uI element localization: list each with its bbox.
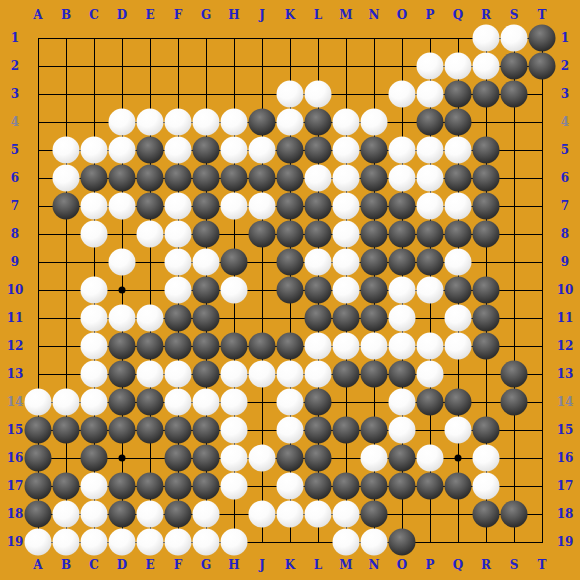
stone-black-L14[interactable] <box>305 389 332 416</box>
stone-black-Q4[interactable] <box>445 109 472 136</box>
stone-white-O6[interactable] <box>389 165 416 192</box>
stone-white-C17[interactable] <box>81 473 108 500</box>
stone-white-Q5[interactable] <box>445 137 472 164</box>
stone-black-D13[interactable] <box>109 361 136 388</box>
stone-white-C19[interactable] <box>81 529 108 556</box>
stone-white-C13[interactable] <box>81 361 108 388</box>
stone-black-F16[interactable] <box>165 445 192 472</box>
stone-white-H4[interactable] <box>221 109 248 136</box>
col-label-bottom-P: P <box>425 559 434 571</box>
stone-white-M19[interactable] <box>333 529 360 556</box>
row-label-left-2: 2 <box>11 60 19 72</box>
stone-white-H5[interactable] <box>221 137 248 164</box>
stone-black-Q6[interactable] <box>445 165 472 192</box>
stone-black-E15[interactable] <box>137 417 164 444</box>
stone-black-F18[interactable] <box>165 501 192 528</box>
col-label-top-S: S <box>510 9 519 21</box>
stone-white-M8[interactable] <box>333 221 360 248</box>
stone-white-B14[interactable] <box>53 389 80 416</box>
stone-black-E12[interactable] <box>137 333 164 360</box>
stone-black-L10[interactable] <box>305 277 332 304</box>
stone-white-F14[interactable] <box>165 389 192 416</box>
col-label-bottom-R: R <box>481 559 491 571</box>
stone-white-O14[interactable] <box>389 389 416 416</box>
stone-white-N19[interactable] <box>361 529 388 556</box>
stone-white-Q15[interactable] <box>445 417 472 444</box>
stone-black-L16[interactable] <box>305 445 332 472</box>
stone-white-F10[interactable] <box>165 277 192 304</box>
stone-black-G6[interactable] <box>193 165 220 192</box>
stone-black-B17[interactable] <box>53 473 80 500</box>
stone-black-D14[interactable] <box>109 389 136 416</box>
stone-black-G13[interactable] <box>193 361 220 388</box>
stone-white-Q7[interactable] <box>445 193 472 220</box>
col-label-bottom-Q: Q <box>453 559 463 571</box>
stone-white-M7[interactable] <box>333 193 360 220</box>
col-label-bottom-A: A <box>33 559 42 571</box>
stone-black-Q14[interactable] <box>445 389 472 416</box>
stone-white-J7[interactable] <box>249 193 276 220</box>
stone-white-C5[interactable] <box>81 137 108 164</box>
stone-black-M11[interactable] <box>333 305 360 332</box>
stone-white-M6[interactable] <box>333 165 360 192</box>
row-label-left-10: 10 <box>7 284 24 296</box>
col-label-top-H: H <box>228 9 239 21</box>
stone-white-O12[interactable] <box>389 333 416 360</box>
stone-black-O16[interactable] <box>389 445 416 472</box>
stone-black-Q8[interactable] <box>445 221 472 248</box>
stone-white-K3[interactable] <box>277 81 304 108</box>
stone-black-G7[interactable] <box>193 193 220 220</box>
stone-white-J5[interactable] <box>249 137 276 164</box>
stone-white-P2[interactable] <box>417 53 444 80</box>
stone-black-A15[interactable] <box>25 417 52 444</box>
star-point-D10 <box>119 287 126 294</box>
stone-black-K7[interactable] <box>277 193 304 220</box>
stone-white-P12[interactable] <box>417 333 444 360</box>
stone-black-N13[interactable] <box>361 361 388 388</box>
stone-black-F12[interactable] <box>165 333 192 360</box>
stone-black-P8[interactable] <box>417 221 444 248</box>
stone-white-O11[interactable] <box>389 305 416 332</box>
row-label-right-12: 12 <box>557 340 574 352</box>
col-label-top-B: B <box>61 9 71 21</box>
stone-black-A17[interactable] <box>25 473 52 500</box>
stone-black-R15[interactable] <box>473 417 500 444</box>
stone-black-O13[interactable] <box>389 361 416 388</box>
stone-white-G14[interactable] <box>193 389 220 416</box>
stone-black-L17[interactable] <box>305 473 332 500</box>
stone-white-R16[interactable] <box>473 445 500 472</box>
stone-black-M15[interactable] <box>333 417 360 444</box>
row-label-right-19: 19 <box>557 536 574 548</box>
col-label-top-G: G <box>201 9 211 21</box>
col-label-top-J: J <box>259 9 265 21</box>
stone-white-H19[interactable] <box>221 529 248 556</box>
col-label-bottom-N: N <box>369 559 380 571</box>
stone-black-H6[interactable] <box>221 165 248 192</box>
row-label-right-8: 8 <box>561 228 569 240</box>
stone-white-D4[interactable] <box>109 109 136 136</box>
stone-white-O15[interactable] <box>389 417 416 444</box>
stone-white-H15[interactable] <box>221 417 248 444</box>
stone-black-O9[interactable] <box>389 249 416 276</box>
stone-black-D12[interactable] <box>109 333 136 360</box>
stone-white-C14[interactable] <box>81 389 108 416</box>
stone-black-J12[interactable] <box>249 333 276 360</box>
stone-white-B18[interactable] <box>53 501 80 528</box>
col-label-bottom-M: M <box>339 559 352 571</box>
stone-black-N7[interactable] <box>361 193 388 220</box>
stone-black-D6[interactable] <box>109 165 136 192</box>
stone-white-E19[interactable] <box>137 529 164 556</box>
stone-white-B19[interactable] <box>53 529 80 556</box>
stone-white-H13[interactable] <box>221 361 248 388</box>
col-label-top-E: E <box>145 9 154 21</box>
stone-black-F15[interactable] <box>165 417 192 444</box>
col-label-top-L: L <box>314 9 322 21</box>
stone-white-K14[interactable] <box>277 389 304 416</box>
stone-black-S18[interactable] <box>501 501 528 528</box>
star-point-D16 <box>119 455 126 462</box>
stone-black-N18[interactable] <box>361 501 388 528</box>
stone-white-H16[interactable] <box>221 445 248 472</box>
stone-black-B15[interactable] <box>53 417 80 444</box>
stone-white-P6[interactable] <box>417 165 444 192</box>
stone-black-O8[interactable] <box>389 221 416 248</box>
stone-black-Q10[interactable] <box>445 277 472 304</box>
stone-black-R6[interactable] <box>473 165 500 192</box>
col-label-bottom-D: D <box>117 559 127 571</box>
col-label-top-T: T <box>538 9 547 21</box>
stone-black-F6[interactable] <box>165 165 192 192</box>
stone-black-G10[interactable] <box>193 277 220 304</box>
stone-black-F11[interactable] <box>165 305 192 332</box>
stone-black-R11[interactable] <box>473 305 500 332</box>
stone-white-F4[interactable] <box>165 109 192 136</box>
stone-white-B5[interactable] <box>53 137 80 164</box>
row-label-left-4: 4 <box>11 116 19 128</box>
stone-black-N17[interactable] <box>361 473 388 500</box>
stone-white-P3[interactable] <box>417 81 444 108</box>
stone-white-L13[interactable] <box>305 361 332 388</box>
stone-black-K10[interactable] <box>277 277 304 304</box>
col-label-bottom-C: C <box>89 559 99 571</box>
stone-black-B7[interactable] <box>53 193 80 220</box>
stone-black-K16[interactable] <box>277 445 304 472</box>
stone-white-E18[interactable] <box>137 501 164 528</box>
col-label-bottom-S: S <box>510 559 519 571</box>
row-label-left-12: 12 <box>7 340 24 352</box>
stone-white-F7[interactable] <box>165 193 192 220</box>
stone-black-A18[interactable] <box>25 501 52 528</box>
stone-white-K13[interactable] <box>277 361 304 388</box>
row-label-left-3: 3 <box>11 88 19 100</box>
row-label-right-10: 10 <box>557 284 574 296</box>
col-label-top-N: N <box>369 9 380 21</box>
row-label-left-17: 17 <box>7 480 24 492</box>
stone-white-P5[interactable] <box>417 137 444 164</box>
row-label-left-7: 7 <box>11 200 19 212</box>
stone-white-F19[interactable] <box>165 529 192 556</box>
stone-white-D11[interactable] <box>109 305 136 332</box>
stone-black-H12[interactable] <box>221 333 248 360</box>
stone-black-R12[interactable] <box>473 333 500 360</box>
stone-black-P14[interactable] <box>417 389 444 416</box>
stone-white-M18[interactable] <box>333 501 360 528</box>
stone-black-F17[interactable] <box>165 473 192 500</box>
col-label-top-R: R <box>481 9 491 21</box>
col-label-top-Q: Q <box>453 9 463 21</box>
stone-white-C10[interactable] <box>81 277 108 304</box>
stone-black-K5[interactable] <box>277 137 304 164</box>
stone-white-L18[interactable] <box>305 501 332 528</box>
stone-black-N5[interactable] <box>361 137 388 164</box>
stone-black-Q3[interactable] <box>445 81 472 108</box>
stone-white-L6[interactable] <box>305 165 332 192</box>
stone-white-D5[interactable] <box>109 137 136 164</box>
row-label-left-18: 18 <box>7 508 24 520</box>
stone-black-L7[interactable] <box>305 193 332 220</box>
col-label-top-C: C <box>89 9 99 21</box>
stone-white-K18[interactable] <box>277 501 304 528</box>
stone-black-E14[interactable] <box>137 389 164 416</box>
stone-white-O10[interactable] <box>389 277 416 304</box>
stone-white-C7[interactable] <box>81 193 108 220</box>
stone-black-J6[interactable] <box>249 165 276 192</box>
stone-white-O5[interactable] <box>389 137 416 164</box>
stone-white-H17[interactable] <box>221 473 248 500</box>
stone-black-O19[interactable] <box>389 529 416 556</box>
stone-black-G15[interactable] <box>193 417 220 444</box>
stone-white-G4[interactable] <box>193 109 220 136</box>
stone-black-L4[interactable] <box>305 109 332 136</box>
stone-black-C15[interactable] <box>81 417 108 444</box>
col-label-bottom-F: F <box>174 559 183 571</box>
stone-black-G8[interactable] <box>193 221 220 248</box>
stone-black-K8[interactable] <box>277 221 304 248</box>
stone-black-L11[interactable] <box>305 305 332 332</box>
stone-black-O17[interactable] <box>389 473 416 500</box>
stone-black-D18[interactable] <box>109 501 136 528</box>
col-label-bottom-O: O <box>397 559 407 571</box>
stone-black-P17[interactable] <box>417 473 444 500</box>
stone-white-C18[interactable] <box>81 501 108 528</box>
stone-black-Q17[interactable] <box>445 473 472 500</box>
stone-black-N9[interactable] <box>361 249 388 276</box>
stone-white-J13[interactable] <box>249 361 276 388</box>
stone-black-J4[interactable] <box>249 109 276 136</box>
stone-black-K12[interactable] <box>277 333 304 360</box>
stone-white-P7[interactable] <box>417 193 444 220</box>
col-label-bottom-T: T <box>538 559 547 571</box>
stone-white-H14[interactable] <box>221 389 248 416</box>
stone-black-L5[interactable] <box>305 137 332 164</box>
stone-black-H9[interactable] <box>221 249 248 276</box>
col-label-bottom-G: G <box>201 559 211 571</box>
stone-white-J18[interactable] <box>249 501 276 528</box>
go-board-app: AABBCCDDEEFFGGHHJJKKLLMMNNOOPPQQRRSSTT11… <box>0 0 580 580</box>
stone-black-C6[interactable] <box>81 165 108 192</box>
stone-white-P13[interactable] <box>417 361 444 388</box>
row-label-left-15: 15 <box>7 424 24 436</box>
stone-black-C16[interactable] <box>81 445 108 472</box>
stone-black-J8[interactable] <box>249 221 276 248</box>
stone-black-E17[interactable] <box>137 473 164 500</box>
row-label-right-6: 6 <box>561 172 569 184</box>
stone-white-R1[interactable] <box>473 25 500 52</box>
row-label-right-13: 13 <box>557 368 574 380</box>
stone-white-E13[interactable] <box>137 361 164 388</box>
stone-white-E4[interactable] <box>137 109 164 136</box>
stone-white-N16[interactable] <box>361 445 388 472</box>
stone-white-O3[interactable] <box>389 81 416 108</box>
stone-black-N8[interactable] <box>361 221 388 248</box>
stone-white-K4[interactable] <box>277 109 304 136</box>
stone-white-J16[interactable] <box>249 445 276 472</box>
stone-black-D15[interactable] <box>109 417 136 444</box>
row-label-right-7: 7 <box>561 200 569 212</box>
stone-white-F13[interactable] <box>165 361 192 388</box>
stone-black-M17[interactable] <box>333 473 360 500</box>
row-label-left-16: 16 <box>7 452 24 464</box>
stone-black-G12[interactable] <box>193 333 220 360</box>
stone-white-M5[interactable] <box>333 137 360 164</box>
stone-white-F8[interactable] <box>165 221 192 248</box>
stone-white-D19[interactable] <box>109 529 136 556</box>
stone-black-R10[interactable] <box>473 277 500 304</box>
stone-white-L3[interactable] <box>305 81 332 108</box>
stone-white-C8[interactable] <box>81 221 108 248</box>
stone-white-S1[interactable] <box>501 25 528 52</box>
stone-white-L12[interactable] <box>305 333 332 360</box>
stone-black-L8[interactable] <box>305 221 332 248</box>
row-label-right-17: 17 <box>557 480 574 492</box>
stone-white-P10[interactable] <box>417 277 444 304</box>
stone-white-N12[interactable] <box>361 333 388 360</box>
stone-white-G9[interactable] <box>193 249 220 276</box>
stone-black-S14[interactable] <box>501 389 528 416</box>
row-label-right-18: 18 <box>557 508 574 520</box>
stone-white-C11[interactable] <box>81 305 108 332</box>
row-label-right-2: 2 <box>561 60 569 72</box>
stone-white-Q12[interactable] <box>445 333 472 360</box>
row-label-right-4: 4 <box>561 116 569 128</box>
row-label-right-15: 15 <box>557 424 574 436</box>
stone-black-E6[interactable] <box>137 165 164 192</box>
stone-white-M10[interactable] <box>333 277 360 304</box>
stone-white-R17[interactable] <box>473 473 500 500</box>
stone-black-R7[interactable] <box>473 193 500 220</box>
col-label-top-O: O <box>397 9 407 21</box>
col-label-bottom-J: J <box>259 559 265 571</box>
stone-white-G19[interactable] <box>193 529 220 556</box>
stone-black-A16[interactable] <box>25 445 52 472</box>
star-point-Q16 <box>455 455 462 462</box>
stone-white-M12[interactable] <box>333 333 360 360</box>
stone-white-N4[interactable] <box>361 109 388 136</box>
row-label-left-6: 6 <box>11 172 19 184</box>
stone-black-N11[interactable] <box>361 305 388 332</box>
stone-white-R2[interactable] <box>473 53 500 80</box>
row-label-right-16: 16 <box>557 452 574 464</box>
stone-white-D7[interactable] <box>109 193 136 220</box>
stone-white-G18[interactable] <box>193 501 220 528</box>
row-label-right-3: 3 <box>561 88 569 100</box>
stone-white-H7[interactable] <box>221 193 248 220</box>
stone-white-K17[interactable] <box>277 473 304 500</box>
row-label-left-1: 1 <box>11 32 19 44</box>
stone-black-G5[interactable] <box>193 137 220 164</box>
stone-black-O7[interactable] <box>389 193 416 220</box>
stone-black-T1[interactable] <box>529 25 556 52</box>
stone-black-G11[interactable] <box>193 305 220 332</box>
stone-black-R8[interactable] <box>473 221 500 248</box>
stone-black-E5[interactable] <box>137 137 164 164</box>
stone-black-N10[interactable] <box>361 277 388 304</box>
row-label-right-14: 14 <box>557 396 574 408</box>
stone-white-A14[interactable] <box>25 389 52 416</box>
stone-black-G16[interactable] <box>193 445 220 472</box>
stone-white-H10[interactable] <box>221 277 248 304</box>
stone-black-L15[interactable] <box>305 417 332 444</box>
stone-white-Q9[interactable] <box>445 249 472 276</box>
stone-white-C12[interactable] <box>81 333 108 360</box>
stone-black-G17[interactable] <box>193 473 220 500</box>
stone-black-R18[interactable] <box>473 501 500 528</box>
stone-black-K6[interactable] <box>277 165 304 192</box>
row-label-right-9: 9 <box>561 256 569 268</box>
stone-white-M9[interactable] <box>333 249 360 276</box>
stone-black-S3[interactable] <box>501 81 528 108</box>
col-label-bottom-B: B <box>61 559 71 571</box>
stone-white-E8[interactable] <box>137 221 164 248</box>
stone-white-P16[interactable] <box>417 445 444 472</box>
stone-black-N6[interactable] <box>361 165 388 192</box>
stone-black-R5[interactable] <box>473 137 500 164</box>
stone-white-D9[interactable] <box>109 249 136 276</box>
stone-black-P4[interactable] <box>417 109 444 136</box>
stone-black-S2[interactable] <box>501 53 528 80</box>
col-label-top-M: M <box>339 9 352 21</box>
stone-white-B6[interactable] <box>53 165 80 192</box>
stone-black-S13[interactable] <box>501 361 528 388</box>
row-label-right-11: 11 <box>557 312 574 324</box>
stone-white-E11[interactable] <box>137 305 164 332</box>
stone-white-K15[interactable] <box>277 417 304 444</box>
row-label-left-9: 9 <box>11 256 19 268</box>
stone-white-Q2[interactable] <box>445 53 472 80</box>
row-label-left-14: 14 <box>7 396 24 408</box>
stone-black-K9[interactable] <box>277 249 304 276</box>
stone-black-T2[interactable] <box>529 53 556 80</box>
stone-black-N15[interactable] <box>361 417 388 444</box>
stone-black-M13[interactable] <box>333 361 360 388</box>
stone-black-P9[interactable] <box>417 249 444 276</box>
col-label-top-F: F <box>174 9 183 21</box>
col-label-top-P: P <box>425 9 434 21</box>
stone-black-R3[interactable] <box>473 81 500 108</box>
stone-black-D17[interactable] <box>109 473 136 500</box>
stone-white-A19[interactable] <box>25 529 52 556</box>
stone-black-E7[interactable] <box>137 193 164 220</box>
stone-white-M4[interactable] <box>333 109 360 136</box>
col-label-top-D: D <box>117 9 127 21</box>
stone-white-L9[interactable] <box>305 249 332 276</box>
stone-white-F9[interactable] <box>165 249 192 276</box>
stone-white-F5[interactable] <box>165 137 192 164</box>
stone-white-Q11[interactable] <box>445 305 472 332</box>
